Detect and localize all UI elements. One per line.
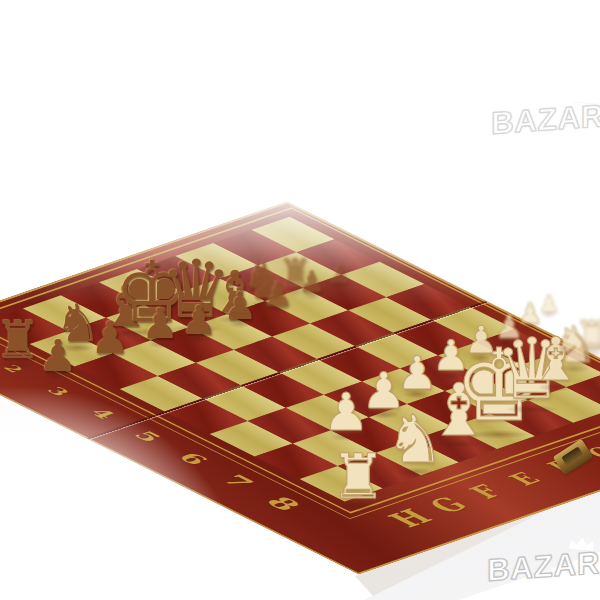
light-pawn-a7[interactable]: ♟ [538, 292, 560, 316]
product-photo-stage: 12345678 HGFEDCBA ♜♞♝♚♛♝♞♜♟♟♟♟♟♟♟♟♜♞♝♚♛♝… [0, 0, 600, 600]
watermark-text: BAZAR [487, 545, 600, 588]
watermark-bazar-bottom: BAZAR [487, 545, 600, 589]
watermark-text: BAZAR [491, 98, 600, 141]
crown-icon [572, 88, 600, 104]
watermark-bazar-top: BAZAR [491, 98, 600, 142]
